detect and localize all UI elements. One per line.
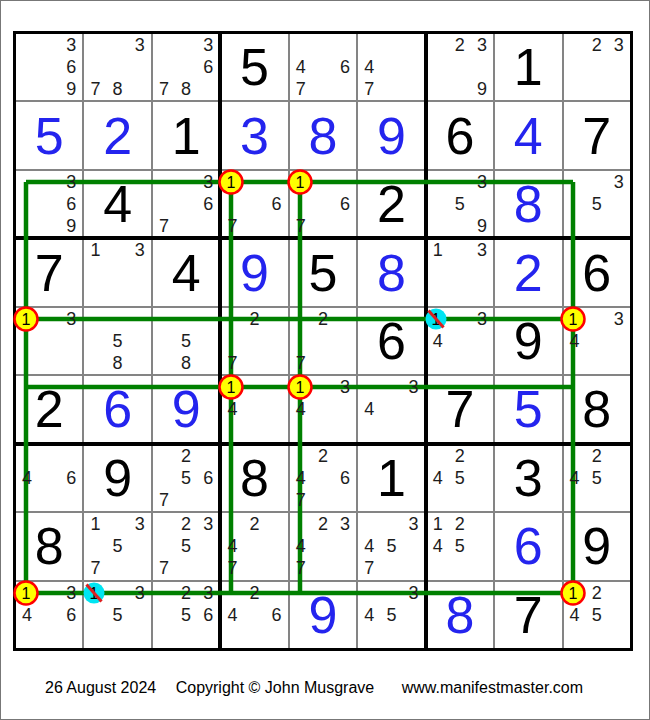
cell-r5c8[interactable]: 9 xyxy=(495,308,561,374)
cell-r1c2[interactable]: 378 xyxy=(84,34,150,100)
cell-r5c5[interactable]: 27 xyxy=(290,308,356,374)
candidate-2: 2 xyxy=(175,445,197,467)
candidate-2: 2 xyxy=(243,582,265,604)
cell-r1c3[interactable]: 3678 xyxy=(153,34,219,100)
candidate-4: 4 xyxy=(564,467,586,489)
candidate-6: 6 xyxy=(60,193,82,215)
candidate-7: 7 xyxy=(290,215,312,237)
cell-r7c1[interactable]: 46 xyxy=(16,445,82,511)
cell-r8c1[interactable]: 8 xyxy=(16,513,82,579)
candidate-2: 2 xyxy=(243,308,265,330)
candidate-7: 7 xyxy=(84,557,106,579)
solved-digit: 5 xyxy=(16,102,82,168)
candidate-4: 4 xyxy=(16,604,38,626)
cell-r4c9[interactable]: 6 xyxy=(564,239,630,305)
cell-r3c8[interactable]: 8 xyxy=(495,171,561,237)
candidate-4: 4 xyxy=(427,535,449,557)
candidate-3: 3 xyxy=(197,171,219,193)
cell-r3c1[interactable]: 369 xyxy=(16,171,82,237)
cell-r9c2[interactable]: 35 xyxy=(84,582,150,648)
cell-r4c3[interactable]: 4 xyxy=(153,239,219,305)
cell-r1c5[interactable]: 467 xyxy=(290,34,356,100)
given-digit: 6 xyxy=(564,239,630,305)
cell-r3c9[interactable]: 35 xyxy=(564,171,630,237)
candidate-1: 1 xyxy=(427,513,449,535)
solved-digit: 6 xyxy=(84,376,150,442)
candidate-5: 5 xyxy=(107,330,129,352)
candidate-7: 7 xyxy=(221,352,243,374)
candidate-2: 2 xyxy=(243,513,265,535)
candidate-6: 6 xyxy=(60,467,82,489)
candidate-4: 4 xyxy=(290,535,312,557)
candidate-2: 2 xyxy=(449,34,471,56)
candidate-2: 2 xyxy=(449,445,471,467)
cell-r7c6[interactable]: 1 xyxy=(358,445,424,511)
candidate-4: 4 xyxy=(427,330,449,352)
given-digit: 8 xyxy=(16,513,82,579)
candidate-3: 3 xyxy=(402,582,424,604)
candidate-2: 2 xyxy=(586,582,608,604)
candidate-5: 5 xyxy=(107,535,129,557)
given-digit: 6 xyxy=(358,308,424,374)
cell-r2c1[interactable]: 5 xyxy=(16,102,82,168)
sudoku-board: 3693783678546747239123521389647369436767… xyxy=(13,31,633,651)
cell-r5c7[interactable]: 34 xyxy=(427,308,493,374)
candidate-4: 4 xyxy=(358,604,380,626)
cell-r9c9[interactable]: 1245 xyxy=(564,582,630,648)
cell-r7c4[interactable]: 8 xyxy=(221,445,287,511)
given-digit: 2 xyxy=(16,376,82,442)
solved-digit: 9 xyxy=(290,582,356,648)
cell-r4c6[interactable]: 8 xyxy=(358,239,424,305)
cell-r3c6[interactable]: 2 xyxy=(358,171,424,237)
candidate-6: 6 xyxy=(197,467,219,489)
cell-r5c2[interactable]: 58 xyxy=(84,308,150,374)
candidate-7: 7 xyxy=(358,78,380,100)
candidate-5: 5 xyxy=(175,535,197,557)
candidate-8: 8 xyxy=(107,78,129,100)
cell-r9c8[interactable]: 7 xyxy=(495,582,561,648)
cell-r7c2[interactable]: 9 xyxy=(84,445,150,511)
footer-copyright: Copyright © John Musgrave xyxy=(176,679,375,697)
cell-r3c4[interactable]: 67 xyxy=(221,171,287,237)
candidate-3: 3 xyxy=(197,34,219,56)
cell-r8c5[interactable]: 2347 xyxy=(290,513,356,579)
given-digit: 9 xyxy=(564,513,630,579)
candidate-7: 7 xyxy=(153,557,175,579)
candidate-9: 9 xyxy=(60,78,82,100)
candidate-3: 3 xyxy=(60,308,82,330)
cell-r6c1[interactable]: 2 xyxy=(16,376,82,442)
given-digit: 3 xyxy=(495,445,561,511)
cell-r2c7[interactable]: 6 xyxy=(427,102,493,168)
solved-digit: 9 xyxy=(221,239,287,305)
candidate-3: 3 xyxy=(402,513,424,535)
candidate-7: 7 xyxy=(153,215,175,237)
given-digit: 4 xyxy=(153,239,219,305)
candidate-7: 7 xyxy=(221,215,243,237)
candidate-1: 1 xyxy=(564,582,586,604)
candidate-6: 6 xyxy=(60,56,82,78)
candidate-4: 4 xyxy=(221,535,243,557)
cell-r2c9[interactable]: 7 xyxy=(564,102,630,168)
solved-digit: 5 xyxy=(495,376,561,442)
cell-r6c6[interactable]: 34 xyxy=(358,376,424,442)
cell-r7c8[interactable]: 3 xyxy=(495,445,561,511)
cell-r8c7[interactable]: 1245 xyxy=(427,513,493,579)
candidate-3: 3 xyxy=(129,34,151,56)
solved-digit: 4 xyxy=(495,102,561,168)
cell-r7c9[interactable]: 245 xyxy=(564,445,630,511)
footer: 26 August 2024 Copyright © John Musgrave… xyxy=(45,679,645,697)
cell-r5c1[interactable]: 3 xyxy=(16,308,82,374)
candidate-3: 3 xyxy=(608,308,630,330)
candidate-7: 7 xyxy=(290,489,312,511)
given-digit: 6 xyxy=(427,102,493,168)
cell-r2c4[interactable]: 3 xyxy=(221,102,287,168)
cell-r8c8[interactable]: 6 xyxy=(495,513,561,579)
solved-digit: 8 xyxy=(290,102,356,168)
cell-r6c9[interactable]: 8 xyxy=(564,376,630,442)
candidate-5: 5 xyxy=(107,604,129,626)
candidate-3: 3 xyxy=(129,513,151,535)
candidate-6: 6 xyxy=(266,193,288,215)
cell-r6c4[interactable]: 4 xyxy=(221,376,287,442)
candidate-5: 5 xyxy=(380,535,402,557)
candidate-5: 5 xyxy=(449,193,471,215)
candidate-9: 9 xyxy=(471,215,493,237)
candidate-4: 4 xyxy=(290,467,312,489)
page: 3693783678546747239123521389647369436767… xyxy=(0,0,650,720)
footer-website-link[interactable]: www.manifestmaster.com xyxy=(402,679,583,697)
cell-r3c3[interactable]: 367 xyxy=(153,171,219,237)
candidate-5: 5 xyxy=(586,467,608,489)
cell-r1c4[interactable]: 5 xyxy=(221,34,287,100)
candidate-4: 4 xyxy=(358,535,380,557)
cell-r6c3[interactable]: 9 xyxy=(153,376,219,442)
candidate-2: 2 xyxy=(175,513,197,535)
cell-r2c5[interactable]: 8 xyxy=(290,102,356,168)
candidate-2: 2 xyxy=(312,445,334,467)
candidate-8: 8 xyxy=(175,352,197,374)
cell-r9c4[interactable]: 246 xyxy=(221,582,287,648)
candidate-6: 6 xyxy=(266,604,288,626)
cell-r4c2[interactable]: 13 xyxy=(84,239,150,305)
cell-r3c5[interactable]: 67 xyxy=(290,171,356,237)
given-digit: 7 xyxy=(495,582,561,648)
given-digit: 7 xyxy=(16,239,82,305)
candidate-3: 3 xyxy=(197,513,219,535)
candidate-3: 3 xyxy=(60,171,82,193)
candidate-7: 7 xyxy=(221,557,243,579)
cell-r4c7[interactable]: 13 xyxy=(427,239,493,305)
cell-r2c3[interactable]: 1 xyxy=(153,102,219,168)
cell-r8c6[interactable]: 3457 xyxy=(358,513,424,579)
cell-r1c1[interactable]: 369 xyxy=(16,34,82,100)
candidate-5: 5 xyxy=(449,535,471,557)
given-digit: 1 xyxy=(358,445,424,511)
candidate-6: 6 xyxy=(197,193,219,215)
cell-r9c1[interactable]: 346 xyxy=(16,582,82,648)
given-digit: 8 xyxy=(221,445,287,511)
candidate-1: 1 xyxy=(427,239,449,261)
cell-r1c8[interactable]: 1 xyxy=(495,34,561,100)
candidate-4: 4 xyxy=(564,330,586,352)
candidate-8: 8 xyxy=(107,352,129,374)
candidate-6: 6 xyxy=(334,467,356,489)
candidate-7: 7 xyxy=(153,489,175,511)
candidate-4: 4 xyxy=(221,604,243,626)
candidate-4: 4 xyxy=(290,56,312,78)
candidate-6: 6 xyxy=(197,56,219,78)
cell-r9c6[interactable]: 345 xyxy=(358,582,424,648)
candidate-3: 3 xyxy=(197,582,219,604)
cell-r1c6[interactable]: 47 xyxy=(358,34,424,100)
solved-digit: 8 xyxy=(495,171,561,237)
candidate-4: 4 xyxy=(564,604,586,626)
given-digit: 9 xyxy=(84,445,150,511)
candidate-2: 2 xyxy=(312,308,334,330)
candidate-5: 5 xyxy=(449,467,471,489)
candidate-3: 3 xyxy=(608,34,630,56)
candidate-3: 3 xyxy=(471,34,493,56)
candidate-5: 5 xyxy=(380,604,402,626)
candidate-4: 4 xyxy=(16,467,38,489)
candidate-7: 7 xyxy=(84,78,106,100)
cell-r4c4[interactable]: 9 xyxy=(221,239,287,305)
given-digit: 8 xyxy=(564,376,630,442)
candidate-4: 4 xyxy=(427,467,449,489)
solved-digit: 2 xyxy=(84,102,150,168)
candidate-7: 7 xyxy=(290,78,312,100)
cell-r6c8[interactable]: 5 xyxy=(495,376,561,442)
cell-r5c6[interactable]: 6 xyxy=(358,308,424,374)
candidate-4: 4 xyxy=(290,398,312,420)
candidate-2: 2 xyxy=(449,513,471,535)
candidate-3: 3 xyxy=(471,171,493,193)
cell-r3c2[interactable]: 4 xyxy=(84,171,150,237)
candidate-3: 3 xyxy=(471,308,493,330)
candidate-3: 3 xyxy=(402,376,424,398)
candidate-5: 5 xyxy=(175,330,197,352)
cell-r8c2[interactable]: 1357 xyxy=(84,513,150,579)
solved-digit: 8 xyxy=(358,239,424,305)
cell-r1c9[interactable]: 23 xyxy=(564,34,630,100)
solved-digit: 9 xyxy=(153,376,219,442)
box-border-horizontal xyxy=(16,236,630,240)
candidate-6: 6 xyxy=(334,193,356,215)
candidate-3: 3 xyxy=(60,34,82,56)
solved-digit: 9 xyxy=(358,102,424,168)
candidate-6: 6 xyxy=(334,56,356,78)
given-digit: 7 xyxy=(427,376,493,442)
given-digit: 5 xyxy=(290,239,356,305)
candidate-7: 7 xyxy=(153,78,175,100)
cell-r6c7[interactable]: 7 xyxy=(427,376,493,442)
solved-digit: 2 xyxy=(495,239,561,305)
cell-r5c4[interactable]: 27 xyxy=(221,308,287,374)
candidate-6: 6 xyxy=(197,604,219,626)
cell-r6c2[interactable]: 6 xyxy=(84,376,150,442)
solved-digit: 6 xyxy=(495,513,561,579)
solved-digit: 3 xyxy=(221,102,287,168)
cell-r7c7[interactable]: 245 xyxy=(427,445,493,511)
cell-r9c5[interactable]: 9 xyxy=(290,582,356,648)
cell-r3c7[interactable]: 359 xyxy=(427,171,493,237)
cell-r2c2[interactable]: 2 xyxy=(84,102,150,168)
given-digit: 2 xyxy=(358,171,424,237)
given-digit: 1 xyxy=(153,102,219,168)
given-digit: 9 xyxy=(495,308,561,374)
candidate-9: 9 xyxy=(60,215,82,237)
candidate-3: 3 xyxy=(129,239,151,261)
given-digit: 7 xyxy=(564,102,630,168)
cell-r7c5[interactable]: 2467 xyxy=(290,445,356,511)
given-digit: 5 xyxy=(221,34,287,100)
candidate-1: 1 xyxy=(84,513,106,535)
candidate-4: 4 xyxy=(221,398,243,420)
cell-r4c8[interactable]: 2 xyxy=(495,239,561,305)
given-digit: 4 xyxy=(84,171,150,237)
cell-r1c7[interactable]: 239 xyxy=(427,34,493,100)
cell-r5c9[interactable]: 34 xyxy=(564,308,630,374)
candidate-8: 8 xyxy=(175,78,197,100)
cell-r7c3[interactable]: 2567 xyxy=(153,445,219,511)
candidate-7: 7 xyxy=(290,557,312,579)
candidate-5: 5 xyxy=(586,193,608,215)
candidate-3: 3 xyxy=(608,171,630,193)
candidate-9: 9 xyxy=(471,78,493,100)
candidate-7: 7 xyxy=(358,557,380,579)
candidate-5: 5 xyxy=(586,604,608,626)
cell-r8c3[interactable]: 2357 xyxy=(153,513,219,579)
candidate-3: 3 xyxy=(471,239,493,261)
candidate-3: 3 xyxy=(334,513,356,535)
cell-r2c6[interactable]: 9 xyxy=(358,102,424,168)
candidate-5: 5 xyxy=(175,604,197,626)
cell-r9c7[interactable]: 8 xyxy=(427,582,493,648)
candidate-3: 3 xyxy=(60,582,82,604)
cell-r5c3[interactable]: 58 xyxy=(153,308,219,374)
cell-r6c5[interactable]: 34 xyxy=(290,376,356,442)
candidate-3: 3 xyxy=(129,582,151,604)
cell-r8c9[interactable]: 9 xyxy=(564,513,630,579)
cell-r4c1[interactable]: 7 xyxy=(16,239,82,305)
candidate-2: 2 xyxy=(175,582,197,604)
candidate-1: 1 xyxy=(84,239,106,261)
cell-r4c5[interactable]: 5 xyxy=(290,239,356,305)
cell-r2c8[interactable]: 4 xyxy=(495,102,561,168)
footer-date: 26 August 2024 xyxy=(45,679,156,697)
cell-r8c4[interactable]: 247 xyxy=(221,513,287,579)
candidate-6: 6 xyxy=(60,604,82,626)
given-digit: 1 xyxy=(495,34,561,100)
cell-r9c3[interactable]: 2356 xyxy=(153,582,219,648)
candidate-4: 4 xyxy=(358,56,380,78)
candidate-2: 2 xyxy=(586,445,608,467)
candidate-2: 2 xyxy=(312,513,334,535)
candidate-2: 2 xyxy=(586,34,608,56)
candidate-7: 7 xyxy=(290,352,312,374)
candidate-4: 4 xyxy=(358,398,380,420)
candidate-5: 5 xyxy=(175,467,197,489)
solved-digit: 8 xyxy=(427,582,493,648)
candidate-3: 3 xyxy=(334,376,356,398)
